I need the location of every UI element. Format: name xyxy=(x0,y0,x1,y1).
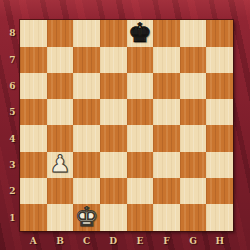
square-b2[interactable] xyxy=(47,178,74,204)
square-f8[interactable] xyxy=(153,20,180,47)
rank-label-4: 4 xyxy=(0,126,20,152)
square-f2[interactable] xyxy=(153,178,180,204)
file-label-d: D xyxy=(100,231,127,250)
square-b7[interactable] xyxy=(47,47,74,73)
square-c7[interactable] xyxy=(73,47,100,73)
white-king[interactable]: ♚ xyxy=(74,203,98,230)
file-label-e: E xyxy=(127,231,154,250)
square-d7[interactable] xyxy=(100,47,127,73)
square-d8[interactable] xyxy=(100,20,127,47)
square-a5[interactable] xyxy=(20,99,47,125)
square-e1[interactable] xyxy=(127,204,154,231)
black-king[interactable]: ♚ xyxy=(128,19,152,46)
square-b6[interactable] xyxy=(47,73,74,99)
square-d2[interactable] xyxy=(100,178,127,204)
square-a4[interactable] xyxy=(20,125,47,151)
square-e8[interactable]: ♚ xyxy=(127,20,154,47)
square-d4[interactable] xyxy=(100,125,127,151)
square-c5[interactable] xyxy=(73,99,100,125)
rank-label-7: 7 xyxy=(0,46,20,72)
square-h4[interactable] xyxy=(206,125,233,151)
square-e4[interactable] xyxy=(127,125,154,151)
square-f3[interactable] xyxy=(153,152,180,178)
rank-label-6: 6 xyxy=(0,73,20,99)
square-e2[interactable] xyxy=(127,178,154,204)
square-h8[interactable] xyxy=(206,20,233,47)
square-f4[interactable] xyxy=(153,125,180,151)
rank-label-1: 1 xyxy=(0,205,20,231)
square-f6[interactable] xyxy=(153,73,180,99)
square-d3[interactable] xyxy=(100,152,127,178)
rank-label-2: 2 xyxy=(0,178,20,204)
square-g1[interactable] xyxy=(180,204,207,231)
square-b8[interactable] xyxy=(47,20,74,47)
chess-board: ♚♟♚ xyxy=(20,20,233,231)
rank-label-5: 5 xyxy=(0,99,20,125)
square-a1[interactable] xyxy=(20,204,47,231)
file-label-h: H xyxy=(206,231,233,250)
square-c6[interactable] xyxy=(73,73,100,99)
square-a7[interactable] xyxy=(20,47,47,73)
square-e3[interactable] xyxy=(127,152,154,178)
square-g2[interactable] xyxy=(180,178,207,204)
square-g7[interactable] xyxy=(180,47,207,73)
square-a3[interactable] xyxy=(20,152,47,178)
square-d1[interactable] xyxy=(100,204,127,231)
square-g3[interactable] xyxy=(180,152,207,178)
square-c1[interactable]: ♚ xyxy=(73,204,100,231)
square-c8[interactable] xyxy=(73,20,100,47)
square-f7[interactable] xyxy=(153,47,180,73)
file-labels: ABCDEFGH xyxy=(20,231,233,250)
square-e6[interactable] xyxy=(127,73,154,99)
square-a8[interactable] xyxy=(20,20,47,47)
square-h2[interactable] xyxy=(206,178,233,204)
square-g5[interactable] xyxy=(180,99,207,125)
file-label-c: C xyxy=(73,231,100,250)
square-h5[interactable] xyxy=(206,99,233,125)
rank-label-3: 3 xyxy=(0,152,20,178)
rank-labels: 87654321 xyxy=(0,20,20,231)
square-b5[interactable] xyxy=(47,99,74,125)
square-c3[interactable] xyxy=(73,152,100,178)
rank-label-8: 8 xyxy=(0,20,20,46)
file-label-a: A xyxy=(20,231,47,250)
white-pawn[interactable]: ♟ xyxy=(49,152,71,176)
square-c4[interactable] xyxy=(73,125,100,151)
square-b4[interactable] xyxy=(47,125,74,151)
square-a6[interactable] xyxy=(20,73,47,99)
file-label-f: F xyxy=(153,231,180,250)
square-g8[interactable] xyxy=(180,20,207,47)
square-b3[interactable]: ♟ xyxy=(47,152,74,178)
square-h1[interactable] xyxy=(206,204,233,231)
square-d6[interactable] xyxy=(100,73,127,99)
square-h3[interactable] xyxy=(206,152,233,178)
square-e7[interactable] xyxy=(127,47,154,73)
square-h7[interactable] xyxy=(206,47,233,73)
square-d5[interactable] xyxy=(100,99,127,125)
file-label-g: G xyxy=(180,231,207,250)
square-e5[interactable] xyxy=(127,99,154,125)
file-label-b: B xyxy=(47,231,74,250)
square-f5[interactable] xyxy=(153,99,180,125)
square-h6[interactable] xyxy=(206,73,233,99)
square-f1[interactable] xyxy=(153,204,180,231)
square-g4[interactable] xyxy=(180,125,207,151)
chessboard-widget: 87654321 ABCDEFGH ♚♟♚ xyxy=(0,0,250,250)
square-b1[interactable] xyxy=(47,204,74,231)
square-a2[interactable] xyxy=(20,178,47,204)
square-g6[interactable] xyxy=(180,73,207,99)
